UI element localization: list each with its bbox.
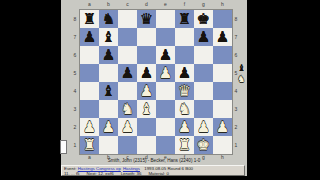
- status-line: 11. ... f5Next: 12. exf6Length: 36Materi…: [64, 171, 242, 175]
- coord-label: 5: [72, 64, 78, 82]
- piece-white-pawn: ♟: [83, 118, 96, 136]
- square-d8[interactable]: ♛: [137, 10, 156, 28]
- square-f2[interactable]: ♟: [175, 118, 194, 136]
- square-d3[interactable]: ♝: [137, 100, 156, 118]
- coord-label: 3: [233, 100, 239, 118]
- status-item: Material: 0: [148, 171, 169, 175]
- coord-label: 6: [72, 46, 78, 64]
- square-b4[interactable]: ♝: [99, 82, 118, 100]
- square-e3[interactable]: [156, 100, 175, 118]
- status-item: Next: 12. exf6: [87, 171, 114, 175]
- square-h7[interactable]: ♟: [213, 28, 232, 46]
- square-a6[interactable]: [80, 46, 99, 64]
- square-f8[interactable]: ♜: [175, 10, 194, 28]
- square-c7[interactable]: [118, 28, 137, 46]
- status-item: 11. ... f5: [64, 171, 80, 175]
- piece-black-king: ♚: [197, 10, 210, 28]
- square-b8[interactable]: ♞: [99, 10, 118, 28]
- coord-label: 6: [233, 46, 239, 64]
- piece-black-pawn: ♟: [159, 46, 172, 64]
- square-a1[interactable]: ♜: [80, 136, 99, 154]
- piece-black-pawn: ♟: [102, 46, 115, 64]
- square-b6[interactable]: ♟: [99, 46, 118, 64]
- coord-label: a: [80, 1, 99, 8]
- square-e7[interactable]: [156, 28, 175, 46]
- square-d4[interactable]: ♟: [137, 82, 156, 100]
- square-e1[interactable]: [156, 136, 175, 154]
- square-b3[interactable]: [99, 100, 118, 118]
- piece-white-bishop: ♝: [140, 100, 153, 118]
- rank-labels-left: 87654321: [72, 10, 78, 154]
- chess-gui-panel: abcdefgh 87654321 87654321 ♜♞♛♜♚♟♝♟♟♟♟♟♟…: [61, 0, 247, 176]
- piece-white-pawn: ♟: [216, 118, 229, 136]
- piece-black-pawn: ♟: [83, 28, 96, 46]
- square-c2[interactable]: ♟: [118, 118, 137, 136]
- square-g7[interactable]: ♟: [194, 28, 213, 46]
- square-h8[interactable]: [213, 10, 232, 28]
- square-d1[interactable]: [137, 136, 156, 154]
- piece-white-rook: ♜: [178, 136, 191, 154]
- square-f7[interactable]: [175, 28, 194, 46]
- status-item: Length: 36: [121, 171, 142, 175]
- coord-label: c: [118, 1, 137, 8]
- square-f3[interactable]: ♞: [175, 100, 194, 118]
- square-e4[interactable]: [156, 82, 175, 100]
- square-g3[interactable]: [194, 100, 213, 118]
- piece-white-knight: ♞: [121, 100, 134, 118]
- coord-label: 4: [72, 82, 78, 100]
- coord-label: 7: [72, 28, 78, 46]
- coord-label: 7: [233, 28, 239, 46]
- square-e5[interactable]: ♟: [156, 64, 175, 82]
- piece-white-pawn: ♟: [159, 64, 172, 82]
- piece-black-pawn: ♟: [197, 28, 210, 46]
- piece-black-bishop: ♝: [102, 28, 115, 46]
- square-e8[interactable]: [156, 10, 175, 28]
- square-a4[interactable]: [80, 82, 99, 100]
- square-h4[interactable]: [213, 82, 232, 100]
- piece-black-bishop: ♝: [102, 82, 115, 100]
- square-d2[interactable]: [137, 118, 156, 136]
- file-labels-top: abcdefgh: [80, 1, 232, 8]
- coord-label: 1: [72, 136, 78, 154]
- square-h5[interactable]: [213, 64, 232, 82]
- piece-white-knight: ♞: [178, 100, 191, 118]
- coord-label: b: [99, 1, 118, 8]
- square-a5[interactable]: [80, 64, 99, 82]
- piece-white-pawn: ♟: [140, 82, 153, 100]
- coord-label: 3: [72, 100, 78, 118]
- square-h1[interactable]: [213, 136, 232, 154]
- square-a2[interactable]: ♟: [80, 118, 99, 136]
- square-g5[interactable]: [194, 64, 213, 82]
- chess-board: ♜♞♛♜♚♟♝♟♟♟♟♟♟♟♟♝♟♛♞♝♞♟♟♟♟♟♟♜♜♚: [79, 9, 233, 155]
- piece-black-pawn: ♟: [140, 64, 153, 82]
- coord-label: 1: [233, 136, 239, 154]
- coord-label: e: [156, 1, 175, 8]
- square-e2[interactable]: [156, 118, 175, 136]
- square-e6[interactable]: ♟: [156, 46, 175, 64]
- square-d7[interactable]: [137, 28, 156, 46]
- square-f4[interactable]: ♛: [175, 82, 194, 100]
- coord-label: g: [194, 1, 213, 8]
- piece-white-pawn: ♟: [102, 118, 115, 136]
- material-tray: ♝ ♞: [236, 63, 247, 85]
- square-h6[interactable]: [213, 46, 232, 64]
- square-b1[interactable]: [99, 136, 118, 154]
- square-d5[interactable]: ♟: [137, 64, 156, 82]
- square-g6[interactable]: [194, 46, 213, 64]
- square-c6[interactable]: [118, 46, 137, 64]
- coord-label: d: [137, 1, 156, 8]
- square-b5[interactable]: [99, 64, 118, 82]
- piece-white-pawn: ♟: [121, 118, 134, 136]
- game-info-box: Event: Hastings Congress opHastings 1993…: [61, 165, 245, 176]
- square-d6[interactable]: [137, 46, 156, 64]
- piece-black-queen: ♛: [140, 10, 153, 28]
- piece-black-pawn: ♟: [178, 64, 191, 82]
- coord-label: 2: [233, 118, 239, 136]
- piece-black-rook: ♜: [83, 10, 96, 28]
- captured-white-knight-icon: ♞: [237, 74, 245, 85]
- piece-white-pawn: ♟: [178, 118, 191, 136]
- square-a8[interactable]: ♜: [80, 10, 99, 28]
- square-g1[interactable]: ♚: [194, 136, 213, 154]
- piece-black-pawn: ♟: [216, 28, 229, 46]
- piece-black-rook: ♜: [178, 10, 191, 28]
- square-f5[interactable]: ♟: [175, 64, 194, 82]
- players-result-line: Smith, John (2315) - Becker, Hans (2240)…: [61, 158, 247, 163]
- square-f6[interactable]: [175, 46, 194, 64]
- piece-black-knight: ♞: [102, 10, 115, 28]
- coord-label: 8: [72, 10, 78, 28]
- square-c1[interactable]: [118, 136, 137, 154]
- square-h2[interactable]: ♟: [213, 118, 232, 136]
- coord-label: 8: [233, 10, 239, 28]
- square-g4[interactable]: [194, 82, 213, 100]
- square-a7[interactable]: ♟: [80, 28, 99, 46]
- square-g2[interactable]: ♟: [194, 118, 213, 136]
- square-b2[interactable]: ♟: [99, 118, 118, 136]
- piece-black-pawn: ♟: [121, 64, 134, 82]
- coord-label: h: [213, 1, 232, 8]
- video-frame: { "game": "chess", "position": { "fen": …: [0, 0, 320, 180]
- piece-white-rook: ♜: [83, 136, 96, 154]
- square-f1[interactable]: ♜: [175, 136, 194, 154]
- square-b7[interactable]: ♝: [99, 28, 118, 46]
- piece-white-queen: ♛: [178, 82, 191, 100]
- piece-white-pawn: ♟: [197, 118, 210, 136]
- coord-label: 2: [72, 118, 78, 136]
- square-g8[interactable]: ♚: [194, 10, 213, 28]
- square-h3[interactable]: [213, 100, 232, 118]
- square-c3[interactable]: ♞: [118, 100, 137, 118]
- captured-black-bishop-icon: ♝: [237, 63, 245, 74]
- square-c4[interactable]: [118, 82, 137, 100]
- square-c5[interactable]: ♟: [118, 64, 137, 82]
- square-a3[interactable]: [80, 100, 99, 118]
- coord-label: f: [175, 1, 194, 8]
- piece-white-king: ♚: [197, 136, 210, 154]
- scrollbar-fragment: [60, 140, 67, 154]
- square-c8[interactable]: [118, 10, 137, 28]
